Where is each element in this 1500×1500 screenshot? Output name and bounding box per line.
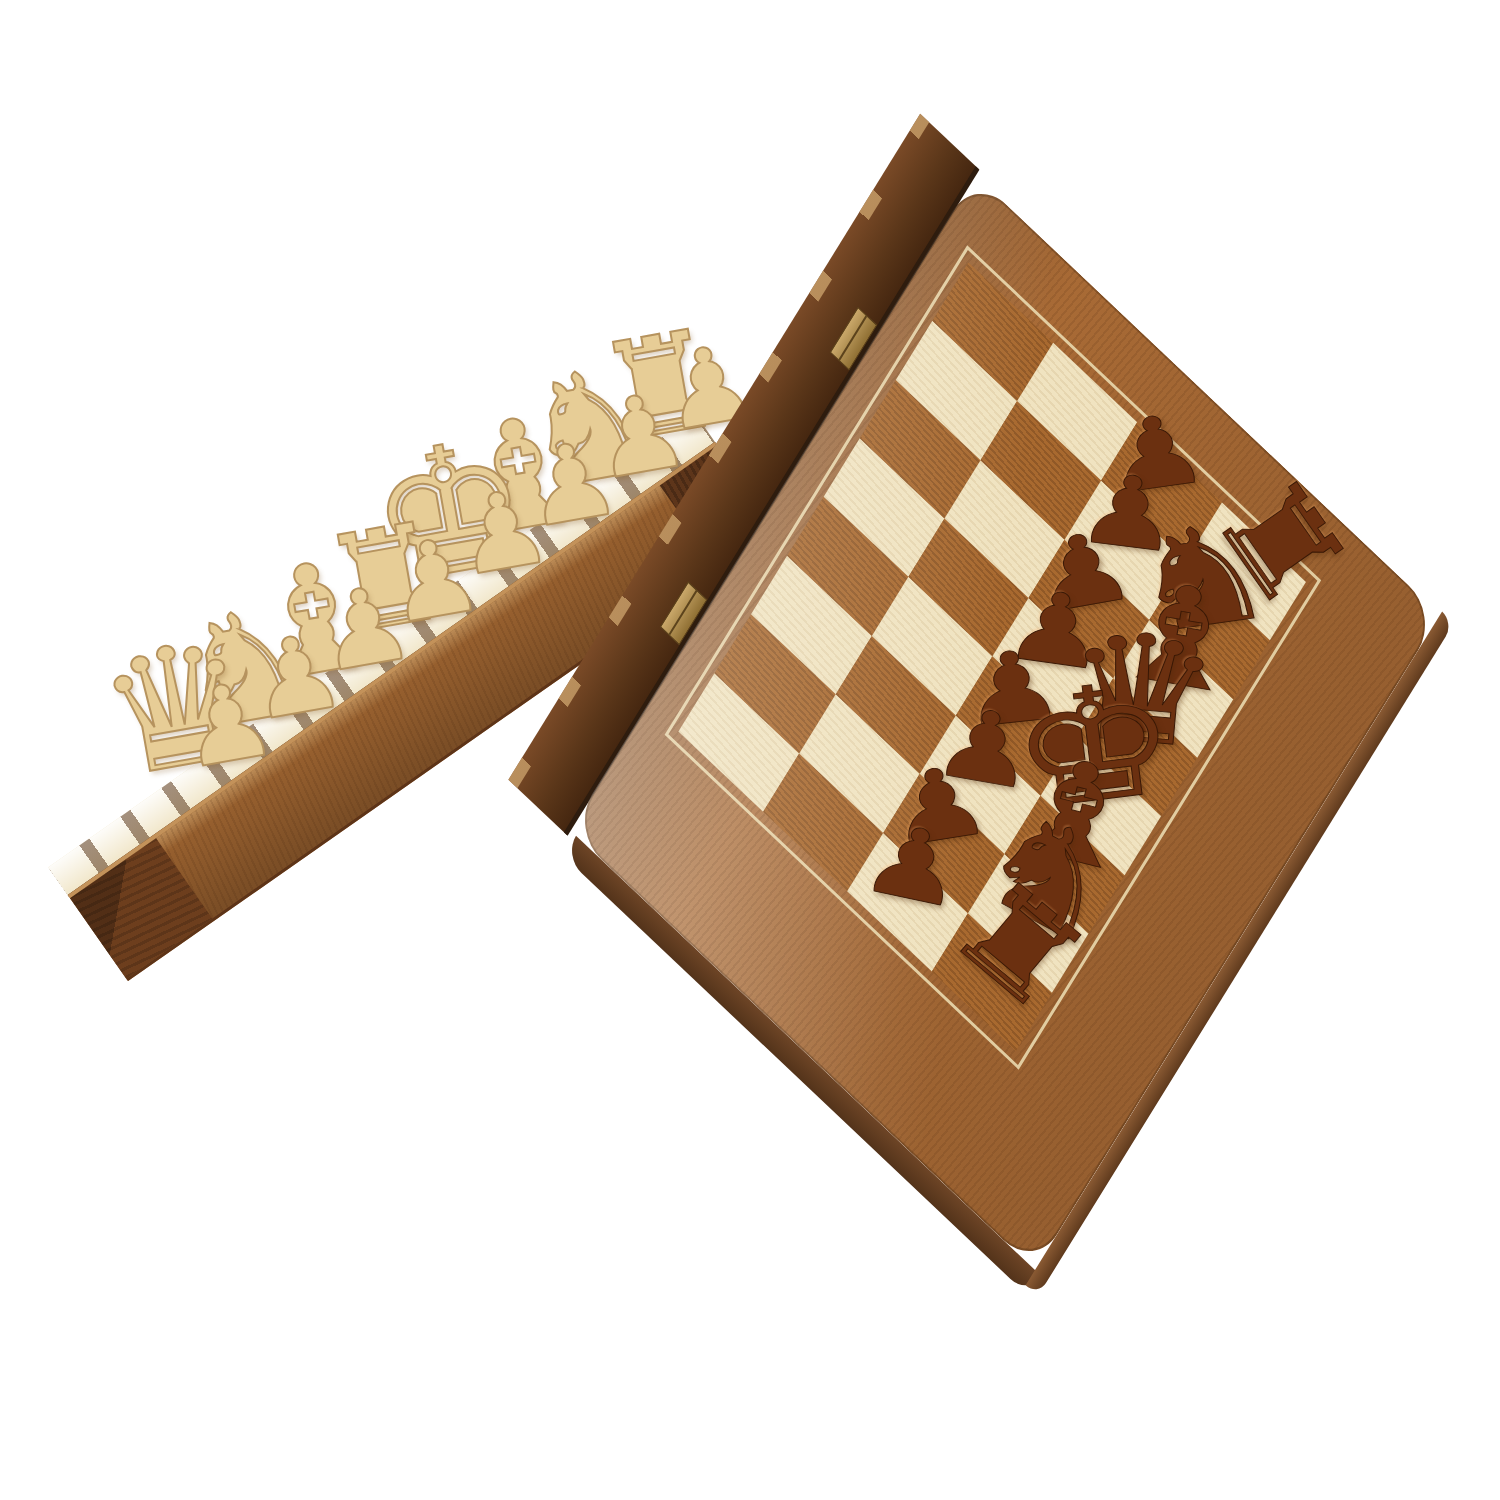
chess-set-photo: ♜♞♝♚♜♝♞♛♟♟♟♟♟♟♟♟ ♟♟♜♟♞♟♝♟♛♟♚♟♝♟♞♜ (0, 0, 1500, 1500)
white-pawn-front-1[interactable]: ♟ (172, 665, 283, 785)
